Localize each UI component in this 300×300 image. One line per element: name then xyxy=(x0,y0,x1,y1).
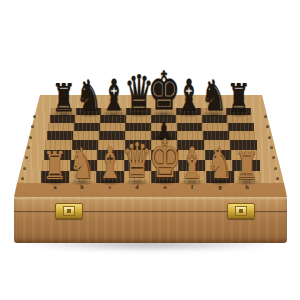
brass-pin xyxy=(29,136,32,139)
square-a5[interactable] xyxy=(47,131,73,140)
square-g5[interactable] xyxy=(203,131,229,140)
brass-pin xyxy=(274,167,277,170)
square-h6[interactable] xyxy=(228,123,254,131)
square-h5[interactable] xyxy=(229,131,255,140)
brass-pin xyxy=(270,146,273,149)
brass-pin xyxy=(276,177,279,180)
bishop-glyph: ♝ xyxy=(179,141,206,184)
bishop-glyph: ♝ xyxy=(96,141,123,184)
brass-pin xyxy=(264,115,267,118)
brass-pin xyxy=(268,136,271,139)
square-b5[interactable] xyxy=(73,131,99,140)
knight-glyph: ♞ xyxy=(75,75,102,117)
brass-pin xyxy=(27,146,30,149)
chess-set-product-photo: abcdefgh ♜♞♝♛♚♝♞♜♟♜♞♝♛♚♝♞♜ xyxy=(0,0,300,300)
rook-glyph: ♜ xyxy=(235,146,259,185)
brass-latch-right xyxy=(227,203,255,219)
brass-latch-left xyxy=(55,203,83,219)
square-d6[interactable] xyxy=(125,123,151,131)
square-a6[interactable] xyxy=(48,123,74,131)
rook-glyph: ♜ xyxy=(226,78,250,117)
bishop-glyph: ♝ xyxy=(175,74,202,117)
knight-glyph: ♞ xyxy=(200,75,227,117)
square-c6[interactable] xyxy=(100,123,126,131)
brass-pin xyxy=(33,115,36,118)
square-b6[interactable] xyxy=(74,123,100,131)
knight-glyph: ♞ xyxy=(206,142,233,184)
rook-glyph: ♜ xyxy=(51,78,75,117)
brass-pin xyxy=(23,167,26,170)
square-g6[interactable] xyxy=(202,123,228,131)
brass-pin xyxy=(21,177,24,180)
rook-glyph: ♜ xyxy=(43,146,67,185)
king-glyph: ♚ xyxy=(148,132,181,184)
knight-glyph: ♞ xyxy=(69,142,96,184)
